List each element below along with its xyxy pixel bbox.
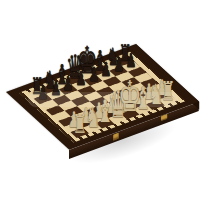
chess-set-photo-scene: ♜♞♝♛♚♝♞♜♟♟♟♟♟♟♟♟♟♟♟♟♟♟♟♟♜♞♝♛♚♝♞♜ [0, 0, 200, 200]
brass-clasp-icon [113, 133, 119, 141]
